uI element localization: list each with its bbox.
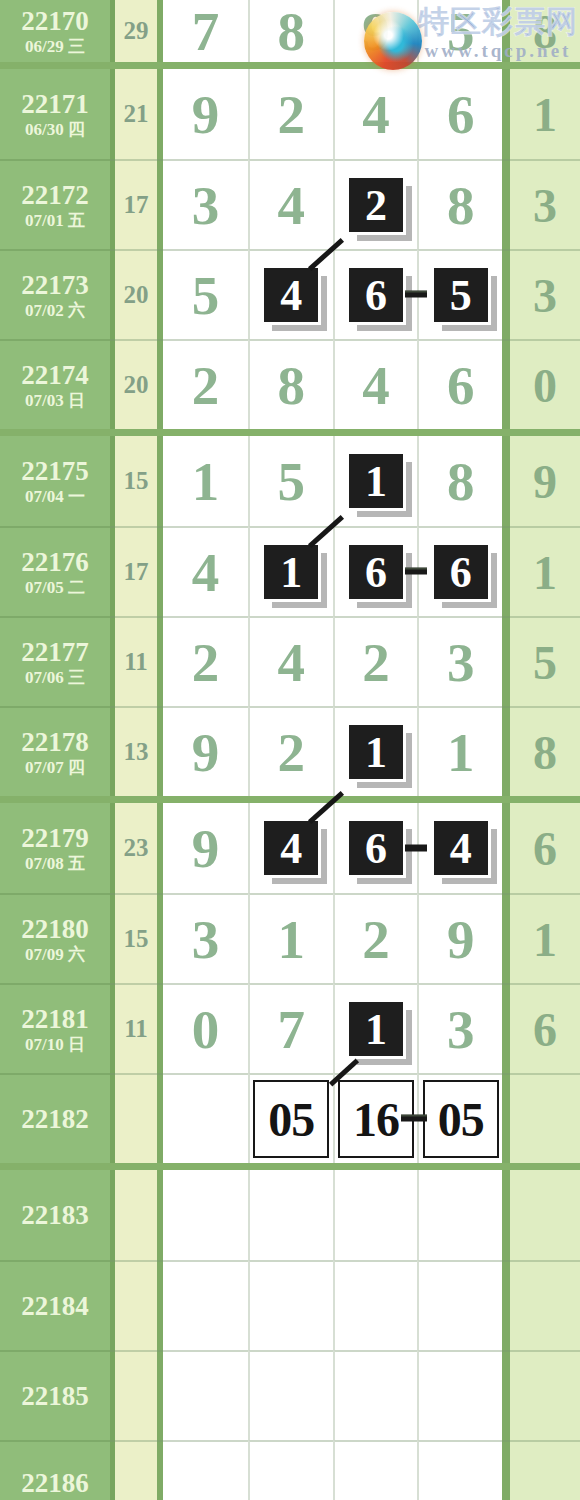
digit-cell: 1 (333, 706, 418, 796)
digit-cell (417, 1440, 502, 1500)
highlighted-digit-box: 1 (349, 454, 403, 508)
column-divider (502, 893, 510, 983)
issue-cell: 2217407/03 日 (0, 339, 110, 429)
issue-number: 22186 (21, 1468, 89, 1498)
issue-number: 22174 (21, 360, 89, 390)
digit-cell (417, 1170, 502, 1260)
highlighted-digit-box: 1 (264, 545, 318, 599)
prediction-box: 05 (423, 1080, 499, 1158)
digit-cell: 1 (163, 436, 248, 526)
issue-cell: 2217207/01 五 (0, 159, 110, 249)
digit: 8 (447, 454, 475, 509)
digit-cell: 1 (417, 706, 502, 796)
column-divider (502, 803, 510, 893)
digit-cell: 9 (163, 803, 248, 893)
column-divider (502, 249, 510, 339)
issue-cell: 2217507/04 一 (0, 436, 110, 526)
digit-cell (333, 1170, 418, 1260)
digit-cell (333, 1350, 418, 1440)
digit: 2 (362, 635, 390, 690)
digit-cell: 7 (248, 983, 333, 1073)
dash-connector (401, 1115, 427, 1122)
digit-cell: 05 (417, 1073, 502, 1163)
sum-cell: 15 (115, 436, 157, 526)
chart-row-22182: 22182051605 (0, 1073, 580, 1163)
digit: 6 (447, 87, 475, 142)
digit-cell: 3 (163, 159, 248, 249)
tail-cell: 3 (510, 249, 580, 339)
issue-cell: 2217307/02 六 (0, 249, 110, 339)
column-divider (502, 436, 510, 526)
highlighted-digit-box: 4 (264, 268, 318, 322)
digit: 2 (192, 358, 220, 413)
issue-number: 22176 (21, 547, 89, 577)
digit-cell: 8 (417, 436, 502, 526)
digit: 2 (192, 635, 220, 690)
digit-cell: 1 (248, 893, 333, 983)
digit-cell (163, 1170, 248, 1260)
chart-row-22175: 2217507/04 一1515189 (0, 436, 580, 526)
draw-date: 07/08 五 (25, 854, 85, 873)
issue-cell: 2217006/29 三 (0, 0, 110, 62)
digit: 7 (192, 4, 220, 59)
digit-cell: 1 (333, 983, 418, 1073)
chart-row-22185: 22185 (0, 1350, 580, 1440)
column-divider (502, 159, 510, 249)
issue-cell: 22183 (0, 1170, 110, 1260)
issue-cell: 2218107/10 日 (0, 983, 110, 1073)
digit-cell: 3 (417, 616, 502, 706)
dash-connector (405, 845, 427, 852)
digit: 9 (192, 821, 220, 876)
sum-cell: 17 (115, 159, 157, 249)
issue-number: 22181 (21, 1004, 89, 1034)
issue-number: 22185 (21, 1381, 89, 1411)
chart-row-22174: 2217407/03 日2028460 (0, 339, 580, 429)
digit-cell: 2 (333, 893, 418, 983)
digit-cell: 7 (163, 0, 248, 62)
column-divider (502, 616, 510, 706)
issue-number: 22179 (21, 823, 89, 853)
tail-cell (510, 1073, 580, 1163)
group-separator (0, 429, 580, 436)
issue-cell: 2217607/05 二 (0, 526, 110, 616)
highlighted-digit-box: 1 (349, 1002, 403, 1056)
issue-number: 22171 (21, 89, 89, 119)
digit-cell: 6 (417, 69, 502, 159)
draw-date: 07/03 日 (25, 391, 85, 410)
digit-cell: 8 (248, 339, 333, 429)
digit-cell (333, 1440, 418, 1500)
highlighted-digit-box: 6 (434, 545, 488, 599)
digit-cell (417, 1350, 502, 1440)
sum-cell (115, 1073, 157, 1163)
digit: 4 (277, 635, 305, 690)
digit-cell: 8 (248, 0, 333, 62)
digit: 1 (192, 454, 220, 509)
issue-cell: 22185 (0, 1350, 110, 1440)
highlighted-digit-box: 5 (434, 268, 488, 322)
sum-cell: 11 (115, 983, 157, 1073)
column-divider (502, 706, 510, 796)
draw-date: 07/10 日 (25, 1035, 85, 1054)
draw-date: 07/02 六 (25, 301, 85, 320)
chart-row-22172: 2217207/01 五1734283 (0, 159, 580, 249)
digit: 4 (362, 358, 390, 413)
digit-cell: 8 (417, 159, 502, 249)
issue-cell: 22184 (0, 1260, 110, 1350)
digit-cell: 4 (248, 803, 333, 893)
digit: 1 (447, 725, 475, 780)
issue-cell: 22186 (0, 1440, 110, 1500)
digit-cell: 9 (163, 706, 248, 796)
tail-cell: 1 (510, 69, 580, 159)
digit: 3 (447, 1002, 475, 1057)
column-divider (502, 1170, 510, 1260)
sum-cell: 20 (115, 339, 157, 429)
column-divider (502, 1440, 510, 1500)
chart-row-22176: 2217607/05 二1741661 (0, 526, 580, 616)
issue-number: 22170 (21, 6, 89, 36)
digit: 4 (362, 87, 390, 142)
sum-cell (115, 1350, 157, 1440)
digit: 8 (447, 178, 475, 233)
column-divider (502, 983, 510, 1073)
prediction-box: 05 (253, 1080, 329, 1158)
digit: 9 (192, 725, 220, 780)
issue-number: 22177 (21, 637, 89, 667)
highlighted-digit-box: 4 (434, 821, 488, 875)
digit-cell: 6 (417, 339, 502, 429)
digit-cell: 5 (417, 249, 502, 339)
digit-cell: 2 (333, 616, 418, 706)
tail-cell: 6 (510, 803, 580, 893)
chart-row-22183: 22183 (0, 1170, 580, 1260)
tail-cell: 5 (510, 616, 580, 706)
digit-cell (417, 1260, 502, 1350)
sum-cell: 11 (115, 616, 157, 706)
digit-cell: 4 (333, 339, 418, 429)
digit-cell: 4 (248, 249, 333, 339)
site-name: 特区彩票网 (418, 4, 578, 40)
issue-number: 22183 (21, 1200, 89, 1230)
digit-cell (248, 1440, 333, 1500)
issue-cell: 2217907/08 五 (0, 803, 110, 893)
digit: 0 (192, 1002, 220, 1057)
site-logo: 特区彩票网 www.tqcp.net (364, 4, 578, 70)
tail-cell: 6 (510, 983, 580, 1073)
chart-row-22178: 2217807/07 四1392118 (0, 706, 580, 796)
tail-cell: 9 (510, 436, 580, 526)
tail-cell: 3 (510, 159, 580, 249)
column-divider (502, 1073, 510, 1163)
tail-cell: 1 (510, 893, 580, 983)
group-separator (0, 1163, 580, 1170)
digit-cell (248, 1260, 333, 1350)
draw-date: 07/06 三 (25, 668, 85, 687)
sum-cell: 21 (115, 69, 157, 159)
lottery-trend-board: 2217006/29 三29789582217106/30 四219246122… (0, 0, 580, 1500)
digit-cell (163, 1350, 248, 1440)
draw-date: 07/01 五 (25, 211, 85, 230)
digit: 2 (277, 725, 305, 780)
draw-date: 06/29 三 (25, 37, 85, 56)
issue-number: 22172 (21, 180, 89, 210)
digit-cell: 2 (248, 706, 333, 796)
tail-cell: 8 (510, 706, 580, 796)
digit-cell: 3 (163, 893, 248, 983)
digit-cell: 5 (248, 436, 333, 526)
digit: 6 (447, 358, 475, 413)
issue-number: 22173 (21, 270, 89, 300)
group-separator (0, 796, 580, 803)
dash-connector (405, 568, 427, 575)
chart-row-22180: 2218007/09 六1531291 (0, 893, 580, 983)
digit-cell (333, 1260, 418, 1350)
digit-cell (163, 1440, 248, 1500)
digit: 3 (192, 178, 220, 233)
digit: 7 (277, 1002, 305, 1057)
highlighted-digit-box: 6 (349, 268, 403, 322)
digit-cell: 05 (248, 1073, 333, 1163)
digit: 5 (277, 454, 305, 509)
chart-row-22186: 22186 (0, 1440, 580, 1500)
highlighted-digit-box: 1 (349, 725, 403, 779)
issue-cell: 2217106/30 四 (0, 69, 110, 159)
digit-cell: 9 (163, 69, 248, 159)
sum-cell: 15 (115, 893, 157, 983)
digit-cell: 4 (163, 526, 248, 616)
digit-cell (163, 1260, 248, 1350)
digit: 3 (447, 635, 475, 690)
highlighted-digit-box: 6 (349, 821, 403, 875)
digit-cell: 2 (163, 339, 248, 429)
digit-cell: 2 (163, 616, 248, 706)
digit-cell: 2 (333, 159, 418, 249)
digit-cell (248, 1170, 333, 1260)
digit-cell: 6 (417, 526, 502, 616)
digit: 8 (277, 358, 305, 413)
column-divider (502, 69, 510, 159)
digit-cell: 2 (248, 69, 333, 159)
highlighted-digit-box: 4 (264, 821, 318, 875)
issue-number: 22180 (21, 914, 89, 944)
issue-number: 22178 (21, 727, 89, 757)
tail-cell (510, 1260, 580, 1350)
issue-cell: 2218007/09 六 (0, 893, 110, 983)
column-divider (502, 526, 510, 616)
site-logo-swirl-icon (364, 12, 422, 70)
chart-row-22173: 2217307/02 六2054653 (0, 249, 580, 339)
digit: 9 (447, 912, 475, 967)
sum-cell: 29 (115, 0, 157, 62)
digit-cell: 1 (333, 436, 418, 526)
draw-date: 07/07 四 (25, 758, 85, 777)
tail-cell: 0 (510, 339, 580, 429)
digit: 5 (192, 268, 220, 323)
column-divider (502, 1260, 510, 1350)
draw-date: 07/04 一 (25, 487, 85, 506)
sum-cell: 20 (115, 249, 157, 339)
digit-cell: 4 (248, 159, 333, 249)
highlighted-digit-box: 2 (349, 178, 403, 232)
draw-date: 07/09 六 (25, 945, 85, 964)
issue-number: 22175 (21, 456, 89, 486)
digit: 4 (277, 178, 305, 233)
issue-number: 22184 (21, 1291, 89, 1321)
column-divider (502, 339, 510, 429)
sum-cell (115, 1260, 157, 1350)
tail-cell (510, 1440, 580, 1500)
tail-cell (510, 1170, 580, 1260)
digit-cell: 3 (417, 983, 502, 1073)
sum-cell: 23 (115, 803, 157, 893)
digit-cell: 1 (248, 526, 333, 616)
digit-cell (248, 1350, 333, 1440)
issue-cell: 2217807/07 四 (0, 706, 110, 796)
digit: 8 (277, 4, 305, 59)
sum-cell: 13 (115, 706, 157, 796)
digit: 1 (277, 912, 305, 967)
draw-date: 07/05 二 (25, 578, 85, 597)
chart-row-22177: 2217707/06 三1124235 (0, 616, 580, 706)
highlighted-digit-box: 6 (349, 545, 403, 599)
chart-row-22171: 2217106/30 四2192461 (0, 69, 580, 159)
column-divider (502, 1350, 510, 1440)
sum-cell (115, 1170, 157, 1260)
digit: 3 (192, 912, 220, 967)
chart-row-22181: 2218107/10 日1107136 (0, 983, 580, 1073)
site-url: www.tqcp.net (418, 40, 578, 62)
sum-cell (115, 1440, 157, 1500)
issue-cell: 2217707/06 三 (0, 616, 110, 706)
chart-row-22179: 2217907/08 五2394646 (0, 803, 580, 893)
tail-cell: 1 (510, 526, 580, 616)
digit-cell: 0 (163, 983, 248, 1073)
tail-cell (510, 1350, 580, 1440)
digit-cell: 4 (248, 616, 333, 706)
chart-row-22184: 22184 (0, 1260, 580, 1350)
dash-connector (405, 291, 427, 298)
sum-cell: 17 (115, 526, 157, 616)
digit: 2 (362, 912, 390, 967)
digit-cell: 4 (417, 803, 502, 893)
digit-cell: 5 (163, 249, 248, 339)
issue-cell: 22182 (0, 1073, 110, 1163)
digit: 4 (192, 545, 220, 600)
digit-cell (163, 1073, 248, 1163)
site-logo-text: 特区彩票网 www.tqcp.net (418, 4, 578, 62)
digit-cell: 4 (333, 69, 418, 159)
issue-number: 22182 (21, 1104, 89, 1134)
digit-cell: 9 (417, 893, 502, 983)
draw-date: 06/30 四 (25, 120, 85, 139)
digit: 2 (277, 87, 305, 142)
digit: 9 (192, 87, 220, 142)
